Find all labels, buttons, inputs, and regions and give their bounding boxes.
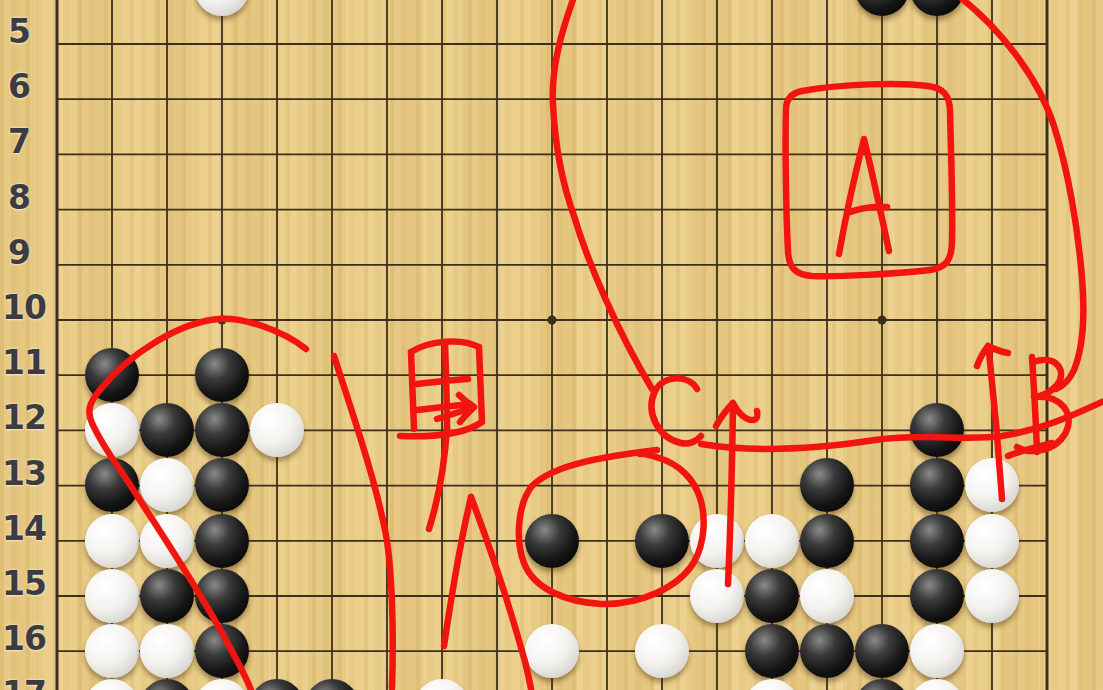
white-stone[interactable] xyxy=(910,624,964,678)
white-stone[interactable] xyxy=(85,569,139,623)
black-stone[interactable] xyxy=(745,569,799,623)
black-stone[interactable] xyxy=(195,569,249,623)
black-stone[interactable] xyxy=(855,0,909,16)
black-stone[interactable] xyxy=(910,514,964,568)
black-stone[interactable] xyxy=(855,624,909,678)
white-stone[interactable] xyxy=(195,0,249,16)
white-stone[interactable] xyxy=(525,624,579,678)
black-stone[interactable] xyxy=(195,403,249,457)
white-stone[interactable] xyxy=(745,679,799,690)
black-stone[interactable] xyxy=(800,458,854,512)
black-stone[interactable] xyxy=(140,569,194,623)
white-stone[interactable] xyxy=(635,624,689,678)
black-stone[interactable] xyxy=(85,458,139,512)
white-stone[interactable] xyxy=(195,679,249,690)
white-stone[interactable] xyxy=(140,514,194,568)
white-stone[interactable] xyxy=(85,514,139,568)
black-stone[interactable] xyxy=(195,624,249,678)
black-stone[interactable] xyxy=(140,679,194,690)
white-stone[interactable] xyxy=(965,514,1019,568)
white-stone[interactable] xyxy=(415,679,469,690)
black-stone[interactable] xyxy=(195,514,249,568)
black-stone[interactable] xyxy=(140,403,194,457)
black-stone[interactable] xyxy=(195,458,249,512)
black-stone[interactable] xyxy=(910,458,964,512)
white-stone[interactable] xyxy=(965,569,1019,623)
black-stone[interactable] xyxy=(745,624,799,678)
black-stone[interactable] xyxy=(800,624,854,678)
white-stone[interactable] xyxy=(140,624,194,678)
go-board: 567891011121314151617 xyxy=(0,0,1103,690)
white-stone[interactable] xyxy=(910,679,964,690)
black-stone[interactable] xyxy=(525,514,579,568)
black-stone[interactable] xyxy=(250,679,304,690)
black-stone[interactable] xyxy=(910,0,964,16)
white-stone[interactable] xyxy=(965,458,1019,512)
black-stone[interactable] xyxy=(85,348,139,402)
white-stone[interactable] xyxy=(85,624,139,678)
white-stone[interactable] xyxy=(800,569,854,623)
white-stone[interactable] xyxy=(250,403,304,457)
black-stone[interactable] xyxy=(800,514,854,568)
white-stone[interactable] xyxy=(690,514,744,568)
white-stone[interactable] xyxy=(85,403,139,457)
black-stone[interactable] xyxy=(910,403,964,457)
black-stone[interactable] xyxy=(635,514,689,568)
black-stone[interactable] xyxy=(195,348,249,402)
white-stone[interactable] xyxy=(140,458,194,512)
white-stone[interactable] xyxy=(85,679,139,690)
black-stone[interactable] xyxy=(855,679,909,690)
white-stone[interactable] xyxy=(745,514,799,568)
black-stone[interactable] xyxy=(910,569,964,623)
black-stone[interactable] xyxy=(305,679,359,690)
white-stone[interactable] xyxy=(690,569,744,623)
stone-grid xyxy=(30,0,1075,690)
